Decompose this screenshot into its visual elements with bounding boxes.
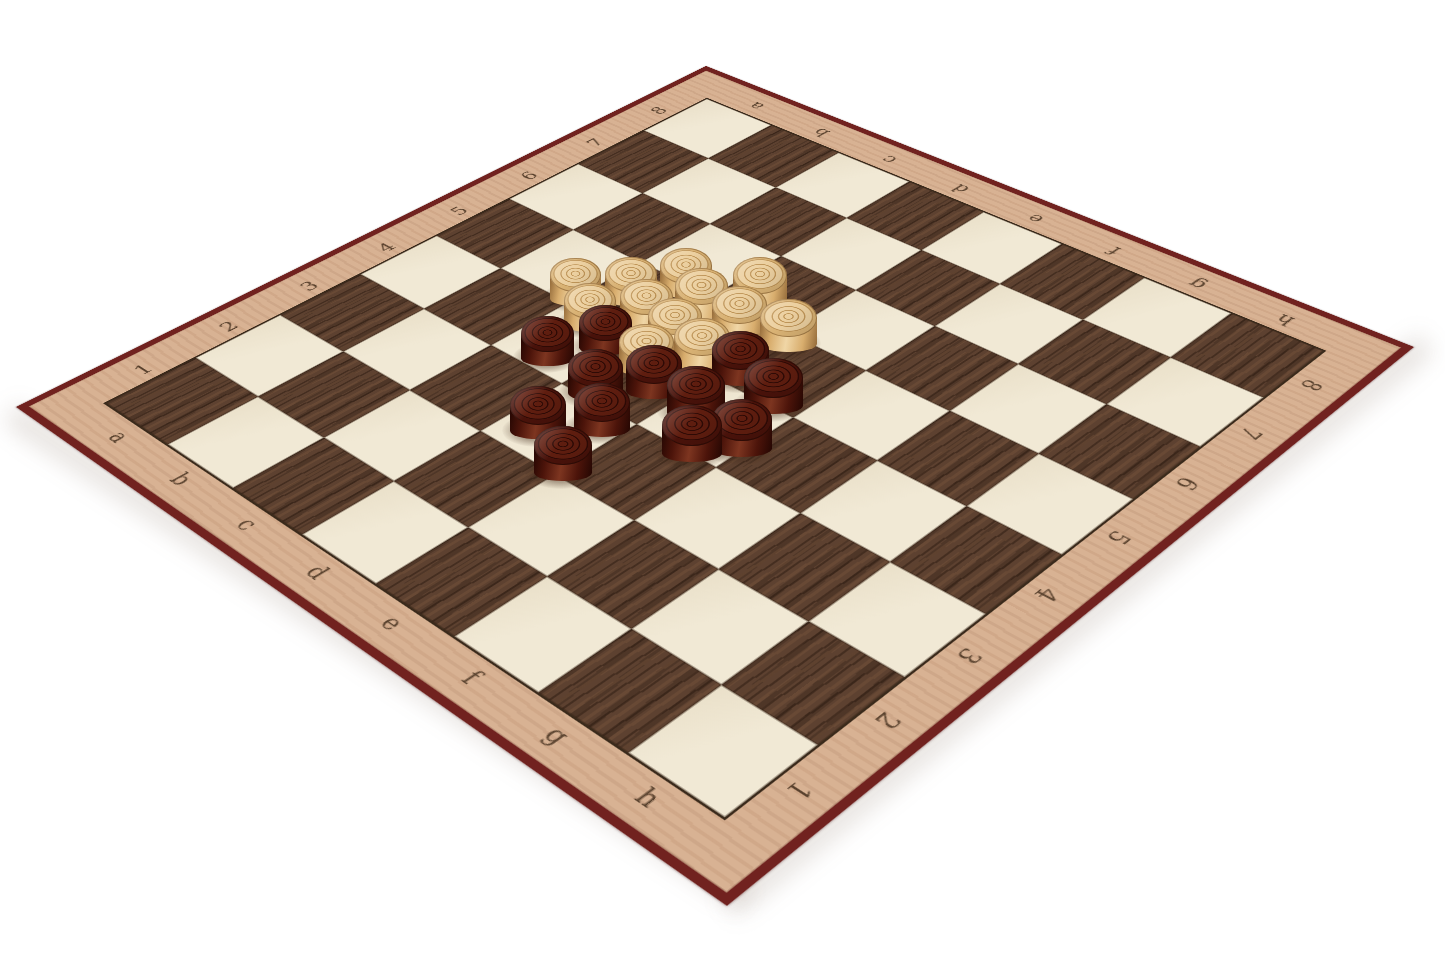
checker-dark-11-near-e3[interactable] [662, 405, 722, 462]
checker-dark-10-near-e2[interactable] [534, 426, 592, 481]
checker-top-rings [662, 405, 722, 446]
checker-top-rings [510, 386, 566, 424]
checker-top-rings [521, 316, 574, 352]
checker-dark-1-near-c4[interactable] [521, 316, 574, 366]
checker-top-rings [568, 349, 623, 387]
checker-top-rings [574, 383, 631, 422]
chessboard: aa11bb22cc33dd44ee55ff66gg77hh88 [16, 66, 1414, 906]
checker-top-rings [744, 358, 803, 398]
board-photo-stage: aa11bb22cc33dd44ee55ff66gg77hh88 [0, 0, 1445, 963]
